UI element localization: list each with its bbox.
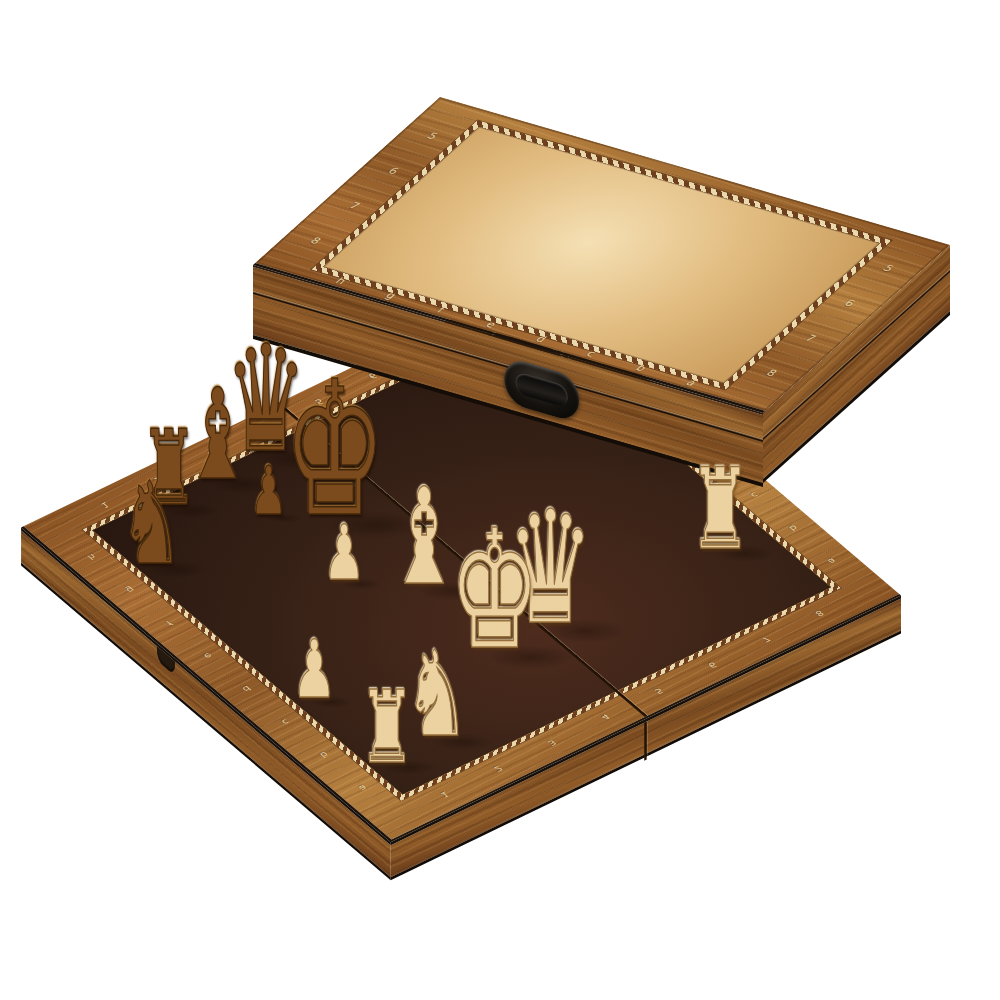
box-rank-label-right: 7 xyxy=(800,333,822,344)
box-rank-label-left: 8 xyxy=(305,235,327,246)
box-rank-label-left: 6 xyxy=(382,165,404,176)
file-label-lower-left: b xyxy=(315,749,333,760)
box-file-label: g xyxy=(380,290,402,301)
rank-label-lower-right: 2 xyxy=(489,763,507,774)
file-label-upper-right: a xyxy=(823,556,841,567)
file-label-lower-left: h xyxy=(83,551,101,562)
box-rank-label-right: 6 xyxy=(839,298,861,309)
file-label-upper-right: b xyxy=(784,523,802,534)
file-label-lower-left: e xyxy=(199,650,217,661)
box-file-label: c xyxy=(580,348,602,359)
file-label-lower-left: c xyxy=(277,716,295,727)
product-photo-stage: aa11bb22cc33dd44ee55ff66gg77hh88 hgfedcb… xyxy=(0,0,1000,1000)
rank-label-lower-right: 5 xyxy=(650,685,668,696)
file-label-lower-left: f xyxy=(160,617,178,628)
box-rank-label-right: 8 xyxy=(761,368,783,379)
box-rank-label-left: 7 xyxy=(344,200,366,211)
box-rank-label-right: 5 xyxy=(877,263,899,274)
file-label-lower-left: d xyxy=(238,683,256,694)
rank-label-lower-right: 7 xyxy=(757,633,775,644)
box-file-label: a xyxy=(680,377,702,388)
box-file-label: b xyxy=(630,363,652,374)
rank-label-lower-right: 8 xyxy=(810,608,828,619)
rank-label-lower-right: 3 xyxy=(543,737,561,748)
box-file-label: e xyxy=(480,319,502,330)
box-file-label: h xyxy=(330,275,352,286)
box-clasp-button[interactable] xyxy=(516,371,568,408)
rank-label-lower-right: 6 xyxy=(703,659,721,670)
box-rank-label-left: 5 xyxy=(421,130,443,141)
rank-label-upper-left: 1 xyxy=(96,499,114,510)
board-fold-seam-side xyxy=(644,721,646,760)
box-clasp[interactable] xyxy=(504,356,579,424)
rank-label-lower-right: 1 xyxy=(436,789,454,800)
box-file-label: d xyxy=(530,334,552,345)
rank-label-lower-right: 4 xyxy=(596,711,614,722)
